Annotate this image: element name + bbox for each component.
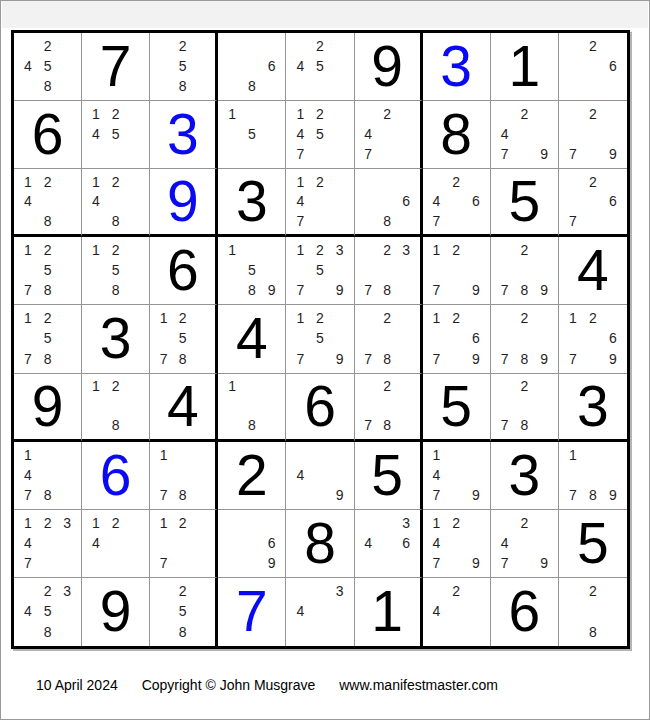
top-band [2, 1, 648, 28]
cell-r3c1[interactable]: 1248 [14, 169, 82, 237]
pencil-mark-8: 8 [38, 211, 58, 230]
cell-r7c1[interactable]: 1478 [14, 442, 82, 510]
pencil-marks: 1258 [86, 240, 145, 300]
pencil-marks: 23458 [18, 581, 77, 642]
pencil-mark-5: 5 [310, 56, 330, 76]
cell-r7c6[interactable]: 5 [355, 442, 423, 510]
pencil-mark-9: 9 [534, 349, 554, 369]
given-digit: 8 [304, 515, 336, 572]
pencil-mark-7: 7 [563, 144, 583, 164]
pencil-marks: 12578 [18, 240, 77, 300]
pencil-mark-4: 4 [86, 192, 106, 211]
cell-r1c7[interactable]: 3 [423, 33, 491, 101]
pencil-mark-8: 8 [514, 280, 534, 300]
pencil-mark-2: 2 [38, 36, 58, 56]
pencil-marks: 2479 [495, 513, 554, 573]
cell-r7c7[interactable]: 1479 [423, 442, 491, 510]
pencil-mark-2: 2 [583, 308, 603, 328]
cell-r9c5[interactable]: 34 [286, 578, 354, 646]
pencil-mark-5: 5 [310, 260, 330, 280]
cell-r4c5[interactable]: 123579 [286, 237, 354, 305]
pencil-marks: 12579 [290, 308, 349, 368]
pencil-mark-7: 7 [427, 280, 447, 300]
pencil-mark-6: 6 [262, 56, 282, 76]
cell-r2c5[interactable]: 12457 [286, 101, 354, 169]
given-digit: 2 [236, 447, 268, 504]
given-digit: 5 [577, 515, 609, 572]
pencil-mark-5: 5 [38, 328, 58, 348]
pencil-marks: 245 [290, 36, 349, 96]
cell-r4c8[interactable]: 2789 [491, 237, 559, 305]
given-digit: 9 [371, 38, 403, 95]
cell-r2c6[interactable]: 247 [355, 101, 423, 169]
cell-r8c1[interactable]: 12347 [14, 510, 82, 578]
cell-r8c5[interactable]: 8 [286, 510, 354, 578]
cell-r4c6[interactable]: 2378 [355, 237, 423, 305]
pencil-mark-8: 8 [378, 280, 397, 300]
cell-r9c1[interactable]: 23458 [14, 578, 82, 646]
cell-r7c9[interactable]: 1789 [559, 442, 627, 510]
pencil-mark-2: 2 [583, 36, 603, 56]
footer-copyright: Copyright © John Musgrave [142, 677, 316, 693]
pencil-mark-4: 4 [359, 533, 378, 553]
pencil-mark-3: 3 [57, 581, 77, 601]
cell-r6c2[interactable]: 128 [82, 374, 150, 442]
cell-r4c7[interactable]: 1279 [423, 237, 491, 305]
pencil-mark-1: 1 [290, 240, 310, 260]
pencil-mark-1: 1 [86, 513, 106, 533]
pencil-mark-9: 9 [466, 280, 486, 300]
cell-r2c2[interactable]: 1245 [82, 101, 150, 169]
cell-r5c6[interactable]: 278 [355, 305, 423, 373]
cell-r4c3[interactable]: 6 [150, 237, 218, 305]
pencil-mark-2: 2 [514, 377, 534, 396]
pencil-mark-7: 7 [359, 349, 378, 369]
pencil-mark-8: 8 [242, 76, 262, 96]
pencil-mark-7: 7 [563, 485, 583, 505]
pencil-marks: 12578 [154, 308, 211, 368]
pencil-mark-1: 1 [427, 308, 447, 328]
cell-r1c8[interactable]: 1 [491, 33, 559, 101]
cell-r9c8[interactable]: 6 [491, 578, 559, 646]
pencil-mark-7: 7 [427, 211, 447, 230]
pencil-mark-6: 6 [262, 533, 282, 553]
cell-r9c3[interactable]: 258 [150, 578, 218, 646]
pencil-marks: 278 [495, 377, 554, 435]
given-digit: 6 [32, 106, 64, 163]
pencil-marks: 68 [359, 172, 416, 230]
cell-r8c2[interactable]: 124 [82, 510, 150, 578]
pencil-mark-1: 1 [222, 377, 242, 396]
pencil-mark-4: 4 [18, 192, 38, 211]
pencil-mark-1: 1 [290, 104, 310, 124]
pencil-mark-5: 5 [173, 601, 192, 621]
cell-r2c8[interactable]: 2479 [491, 101, 559, 169]
pencil-mark-2: 2 [514, 513, 534, 533]
pencil-mark-6: 6 [397, 533, 416, 553]
pencil-mark-4: 4 [495, 533, 515, 553]
pencil-mark-1: 1 [86, 377, 106, 396]
cell-r8c8[interactable]: 2479 [491, 510, 559, 578]
cell-r9c4[interactable]: 7 [218, 578, 286, 646]
pencil-mark-5: 5 [242, 124, 262, 144]
pencil-marks: 123579 [290, 240, 349, 300]
given-digit: 3 [577, 378, 609, 435]
pencil-marks: 247 [359, 104, 416, 164]
pencil-mark-1: 1 [86, 104, 106, 124]
pencil-mark-2: 2 [583, 172, 603, 191]
pencil-mark-2: 2 [310, 240, 330, 260]
cell-r9c6[interactable]: 1 [355, 578, 423, 646]
pencil-mark-2: 2 [310, 172, 330, 191]
pencil-mark-4: 4 [290, 56, 310, 76]
pencil-mark-4: 4 [427, 533, 447, 553]
pencil-mark-7: 7 [154, 485, 173, 505]
pencil-mark-2: 2 [310, 308, 330, 328]
cell-r2c9[interactable]: 279 [559, 101, 627, 169]
pencil-mark-9: 9 [466, 485, 486, 505]
cell-r4c4[interactable]: 1589 [218, 237, 286, 305]
pencil-mark-2: 2 [310, 104, 330, 124]
pencil-mark-8: 8 [173, 349, 192, 369]
pencil-mark-1: 1 [563, 308, 583, 328]
pencil-mark-8: 8 [106, 280, 126, 300]
pencil-marks: 49 [290, 445, 349, 505]
pencil-mark-2: 2 [38, 308, 58, 328]
pencil-mark-2: 2 [378, 104, 397, 124]
pencil-mark-8: 8 [378, 415, 397, 434]
pencil-marks: 15 [222, 104, 281, 164]
pencil-mark-8: 8 [514, 349, 534, 369]
pencil-marks: 1247 [290, 172, 349, 230]
pencil-mark-9: 9 [262, 553, 282, 573]
pencil-mark-3: 3 [397, 240, 416, 260]
pencil-marks: 12479 [427, 513, 486, 573]
cell-r4c9[interactable]: 4 [559, 237, 627, 305]
cell-r3c2[interactable]: 1248 [82, 169, 150, 237]
pencil-mark-9: 9 [466, 349, 486, 369]
cell-r3c3[interactable]: 9 [150, 169, 218, 237]
pencil-mark-8: 8 [378, 349, 397, 369]
pencil-mark-1: 1 [86, 240, 106, 260]
cell-r4c1[interactable]: 12578 [14, 237, 82, 305]
pencil-mark-7: 7 [359, 144, 378, 164]
pencil-marks: 178 [154, 445, 211, 505]
cell-r6c1[interactable]: 9 [14, 374, 82, 442]
pencil-mark-9: 9 [262, 280, 282, 300]
pencil-mark-2: 2 [378, 377, 397, 396]
cell-r5c5[interactable]: 12579 [286, 305, 354, 373]
pencil-mark-4: 4 [290, 601, 310, 621]
cell-r6c8[interactable]: 278 [491, 374, 559, 442]
pencil-mark-5: 5 [242, 260, 262, 280]
pencil-mark-2: 2 [446, 308, 466, 328]
cell-r7c3[interactable]: 178 [150, 442, 218, 510]
pencil-mark-9: 9 [330, 485, 350, 505]
pencil-mark-2: 2 [583, 581, 603, 601]
cell-r1c3[interactable]: 258 [150, 33, 218, 101]
pencil-mark-7: 7 [290, 349, 310, 369]
pencil-mark-1: 1 [427, 513, 447, 533]
pencil-mark-7: 7 [495, 280, 515, 300]
pencil-mark-5: 5 [310, 124, 330, 144]
pencil-marks: 279 [563, 104, 623, 164]
pencil-mark-2: 2 [514, 308, 534, 328]
footer-date: 10 April 2024 [36, 677, 118, 693]
pencil-marks: 2789 [495, 240, 554, 300]
pencil-mark-4: 4 [18, 533, 38, 553]
solved-digit: 3 [167, 106, 199, 163]
cell-r1c5[interactable]: 245 [286, 33, 354, 101]
pencil-mark-1: 1 [18, 240, 38, 260]
pencil-mark-3: 3 [397, 513, 416, 533]
pencil-mark-1: 1 [222, 240, 242, 260]
cell-r3c4[interactable]: 3 [218, 169, 286, 237]
pencil-marks: 12578 [18, 308, 77, 368]
sudoku-board: 2458725868245931266124531512457247824792… [11, 30, 630, 649]
cell-r1c2[interactable]: 7 [82, 33, 150, 101]
pencil-marks: 2458 [18, 36, 77, 96]
pencil-mark-1: 1 [290, 308, 310, 328]
cell-r7c5[interactable]: 49 [286, 442, 354, 510]
pencil-mark-1: 1 [222, 104, 242, 124]
pencil-mark-7: 7 [359, 415, 378, 434]
pencil-mark-4: 4 [427, 601, 447, 621]
given-digit: 3 [236, 173, 268, 230]
pencil-mark-7: 7 [18, 553, 38, 573]
pencil-marks: 68 [222, 36, 281, 96]
pencil-mark-1: 1 [154, 513, 173, 533]
pencil-mark-6: 6 [603, 328, 623, 348]
pencil-mark-4: 4 [18, 601, 38, 621]
pencil-mark-3: 3 [57, 513, 77, 533]
pencil-mark-9: 9 [330, 280, 350, 300]
pencil-mark-5: 5 [38, 56, 58, 76]
pencil-mark-7: 7 [18, 485, 38, 505]
cell-r8c3[interactable]: 127 [150, 510, 218, 578]
pencil-mark-8: 8 [583, 485, 603, 505]
pencil-marks: 12347 [18, 513, 77, 573]
cell-r5c9[interactable]: 12679 [559, 305, 627, 373]
cell-r6c9[interactable]: 3 [559, 374, 627, 442]
cell-r3c6[interactable]: 68 [355, 169, 423, 237]
pencil-marks: 258 [154, 36, 211, 96]
pencil-mark-9: 9 [534, 553, 554, 573]
cell-r6c7[interactable]: 5 [423, 374, 491, 442]
pencil-mark-5: 5 [38, 260, 58, 280]
pencil-mark-7: 7 [427, 485, 447, 505]
pencil-marks: 124 [86, 513, 145, 573]
pencil-mark-2: 2 [514, 240, 534, 260]
cell-r3c8[interactable]: 5 [491, 169, 559, 237]
pencil-mark-1: 1 [18, 513, 38, 533]
pencil-mark-4: 4 [86, 533, 106, 553]
pencil-mark-1: 1 [427, 240, 447, 260]
pencil-mark-7: 7 [18, 280, 38, 300]
pencil-mark-9: 9 [603, 144, 623, 164]
sudoku-page: 2458725868245931266124531512457247824792… [0, 0, 650, 720]
cell-r5c4[interactable]: 4 [218, 305, 286, 373]
cell-r1c1[interactable]: 2458 [14, 33, 82, 101]
pencil-marks: 69 [222, 513, 281, 573]
cell-r5c8[interactable]: 2789 [491, 305, 559, 373]
pencil-mark-2: 2 [378, 308, 397, 328]
pencil-mark-7: 7 [495, 144, 515, 164]
solved-digit: 9 [167, 173, 199, 230]
pencil-marks: 1479 [427, 445, 486, 505]
cell-r2c4[interactable]: 15 [218, 101, 286, 169]
pencil-mark-3: 3 [330, 581, 350, 601]
pencil-mark-2: 2 [106, 172, 126, 191]
pencil-mark-8: 8 [173, 622, 192, 642]
cell-r1c6[interactable]: 9 [355, 33, 423, 101]
pencil-marks: 12679 [563, 308, 623, 368]
cell-r3c9[interactable]: 267 [559, 169, 627, 237]
cell-r7c4[interactable]: 2 [218, 442, 286, 510]
pencil-mark-2: 2 [38, 513, 58, 533]
pencil-mark-4: 4 [290, 192, 310, 211]
pencil-mark-2: 2 [378, 240, 397, 260]
pencil-mark-8: 8 [38, 76, 58, 96]
pencil-mark-4: 4 [18, 465, 38, 485]
pencil-mark-5: 5 [38, 601, 58, 621]
cell-r2c3[interactable]: 3 [150, 101, 218, 169]
pencil-mark-2: 2 [446, 581, 466, 601]
pencil-mark-2: 2 [446, 240, 466, 260]
cell-r1c9[interactable]: 26 [559, 33, 627, 101]
cell-r9c9[interactable]: 28 [559, 578, 627, 646]
pencil-mark-8: 8 [38, 485, 58, 505]
pencil-mark-2: 2 [38, 240, 58, 260]
given-digit: 4 [577, 242, 609, 299]
cell-r5c3[interactable]: 12578 [150, 305, 218, 373]
pencil-mark-2: 2 [106, 377, 126, 396]
pencil-mark-1: 1 [18, 308, 38, 328]
pencil-mark-2: 2 [310, 36, 330, 56]
pencil-mark-7: 7 [427, 553, 447, 573]
cell-r7c8[interactable]: 3 [491, 442, 559, 510]
pencil-mark-9: 9 [603, 349, 623, 369]
pencil-mark-8: 8 [38, 622, 58, 642]
given-digit: 4 [236, 310, 268, 367]
given-digit: 8 [440, 106, 472, 163]
pencil-marks: 1248 [18, 172, 77, 230]
pencil-mark-4: 4 [495, 124, 515, 144]
pencil-mark-8: 8 [378, 211, 397, 230]
cell-r5c7[interactable]: 12679 [423, 305, 491, 373]
pencil-mark-2: 2 [583, 104, 603, 124]
pencil-mark-8: 8 [38, 280, 58, 300]
pencil-marks: 34 [290, 581, 349, 642]
given-digit: 9 [32, 378, 64, 435]
cell-r6c4[interactable]: 18 [218, 374, 286, 442]
cell-r8c6[interactable]: 346 [355, 510, 423, 578]
cell-r3c5[interactable]: 1247 [286, 169, 354, 237]
pencil-mark-8: 8 [173, 485, 192, 505]
pencil-mark-8: 8 [242, 280, 262, 300]
cell-r4c2[interactable]: 1258 [82, 237, 150, 305]
pencil-marks: 267 [563, 172, 623, 230]
pencil-mark-8: 8 [242, 415, 262, 434]
pencil-mark-5: 5 [310, 328, 330, 348]
cell-r8c7[interactable]: 12479 [423, 510, 491, 578]
pencil-mark-1: 1 [290, 172, 310, 191]
pencil-marks: 2479 [495, 104, 554, 164]
pencil-mark-2: 2 [446, 172, 466, 191]
cell-r2c7[interactable]: 8 [423, 101, 491, 169]
pencil-marks: 12457 [290, 104, 349, 164]
pencil-mark-8: 8 [106, 211, 126, 230]
cell-r3c7[interactable]: 2467 [423, 169, 491, 237]
pencil-mark-6: 6 [466, 192, 486, 211]
pencil-mark-2: 2 [514, 104, 534, 124]
pencil-mark-7: 7 [563, 349, 583, 369]
pencil-marks: 2378 [359, 240, 416, 300]
given-digit: 9 [100, 583, 132, 640]
footer: 10 April 2024 Copyright © John Musgrave … [36, 677, 498, 693]
cell-r6c5[interactable]: 6 [286, 374, 354, 442]
pencil-mark-6: 6 [466, 328, 486, 348]
given-digit: 6 [508, 583, 540, 640]
pencil-mark-2: 2 [38, 172, 58, 191]
pencil-mark-1: 1 [154, 445, 173, 465]
cell-r2c1[interactable]: 6 [14, 101, 82, 169]
pencil-mark-1: 1 [18, 172, 38, 191]
pencil-marks: 1245 [86, 104, 145, 164]
pencil-mark-9: 9 [330, 349, 350, 369]
pencil-marks: 258 [154, 581, 211, 642]
given-digit: 5 [371, 447, 403, 504]
pencil-mark-7: 7 [290, 211, 310, 230]
pencil-mark-8: 8 [38, 349, 58, 369]
pencil-marks: 1478 [18, 445, 77, 505]
pencil-mark-2: 2 [106, 240, 126, 260]
pencil-mark-5: 5 [173, 56, 192, 76]
pencil-mark-7: 7 [427, 349, 447, 369]
pencil-mark-6: 6 [603, 56, 623, 76]
cell-r5c2[interactable]: 3 [82, 305, 150, 373]
cell-r8c9[interactable]: 5 [559, 510, 627, 578]
pencil-mark-2: 2 [106, 104, 126, 124]
pencil-mark-7: 7 [495, 349, 515, 369]
pencil-mark-4: 4 [427, 192, 447, 211]
pencil-mark-4: 4 [18, 56, 38, 76]
pencil-mark-2: 2 [173, 513, 192, 533]
pencil-mark-4: 4 [290, 465, 310, 485]
pencil-mark-2: 2 [173, 581, 192, 601]
pencil-mark-7: 7 [154, 553, 173, 573]
cell-r6c3[interactable]: 4 [150, 374, 218, 442]
pencil-marks: 1589 [222, 240, 281, 300]
pencil-mark-7: 7 [154, 349, 173, 369]
pencil-mark-2: 2 [446, 513, 466, 533]
cell-r9c2[interactable]: 9 [82, 578, 150, 646]
pencil-mark-9: 9 [534, 280, 554, 300]
cell-r1c4[interactable]: 68 [218, 33, 286, 101]
cell-r7c2[interactable]: 6 [82, 442, 150, 510]
given-digit: 4 [167, 378, 199, 435]
cell-r6c6[interactable]: 278 [355, 374, 423, 442]
cell-r9c7[interactable]: 24 [423, 578, 491, 646]
pencil-mark-1: 1 [427, 445, 447, 465]
given-digit: 6 [167, 242, 199, 299]
pencil-mark-8: 8 [106, 415, 126, 434]
pencil-mark-5: 5 [106, 124, 126, 144]
given-digit: 1 [371, 583, 403, 640]
pencil-marks: 2467 [427, 172, 486, 230]
cell-r5c1[interactable]: 12578 [14, 305, 82, 373]
cell-r8c4[interactable]: 69 [218, 510, 286, 578]
